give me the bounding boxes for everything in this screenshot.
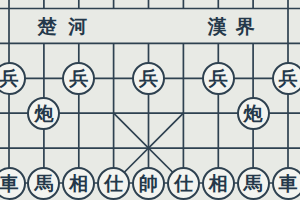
piece-soldier[interactable]: 兵 bbox=[202, 62, 235, 95]
piece-elephant[interactable]: 相 bbox=[202, 167, 235, 200]
river-label: 河 bbox=[69, 16, 88, 35]
piece-advisor[interactable]: 仕 bbox=[97, 167, 130, 200]
piece-cannon[interactable]: 炮 bbox=[27, 97, 60, 130]
piece-advisor[interactable]: 仕 bbox=[167, 167, 200, 200]
piece-soldier[interactable]: 兵 bbox=[272, 62, 301, 95]
river-label: 楚 bbox=[38, 16, 57, 35]
piece-cannon[interactable]: 炮 bbox=[237, 97, 270, 130]
river-label: 漢 bbox=[208, 16, 227, 35]
piece-chariot[interactable]: 車 bbox=[272, 167, 301, 200]
piece-horse[interactable]: 馬 bbox=[27, 167, 60, 200]
piece-general[interactable]: 帥 bbox=[132, 167, 165, 200]
piece-chariot[interactable]: 車 bbox=[0, 167, 26, 200]
piece-soldier[interactable]: 兵 bbox=[132, 62, 165, 95]
piece-soldier[interactable]: 兵 bbox=[62, 62, 95, 95]
xiangqi-board[interactable]: 楚河漢界兵兵兵兵兵炮炮車馬相仕帥仕相馬車 bbox=[0, 0, 300, 200]
piece-elephant[interactable]: 相 bbox=[62, 167, 95, 200]
river-label: 界 bbox=[236, 16, 255, 35]
piece-horse[interactable]: 馬 bbox=[237, 167, 270, 200]
